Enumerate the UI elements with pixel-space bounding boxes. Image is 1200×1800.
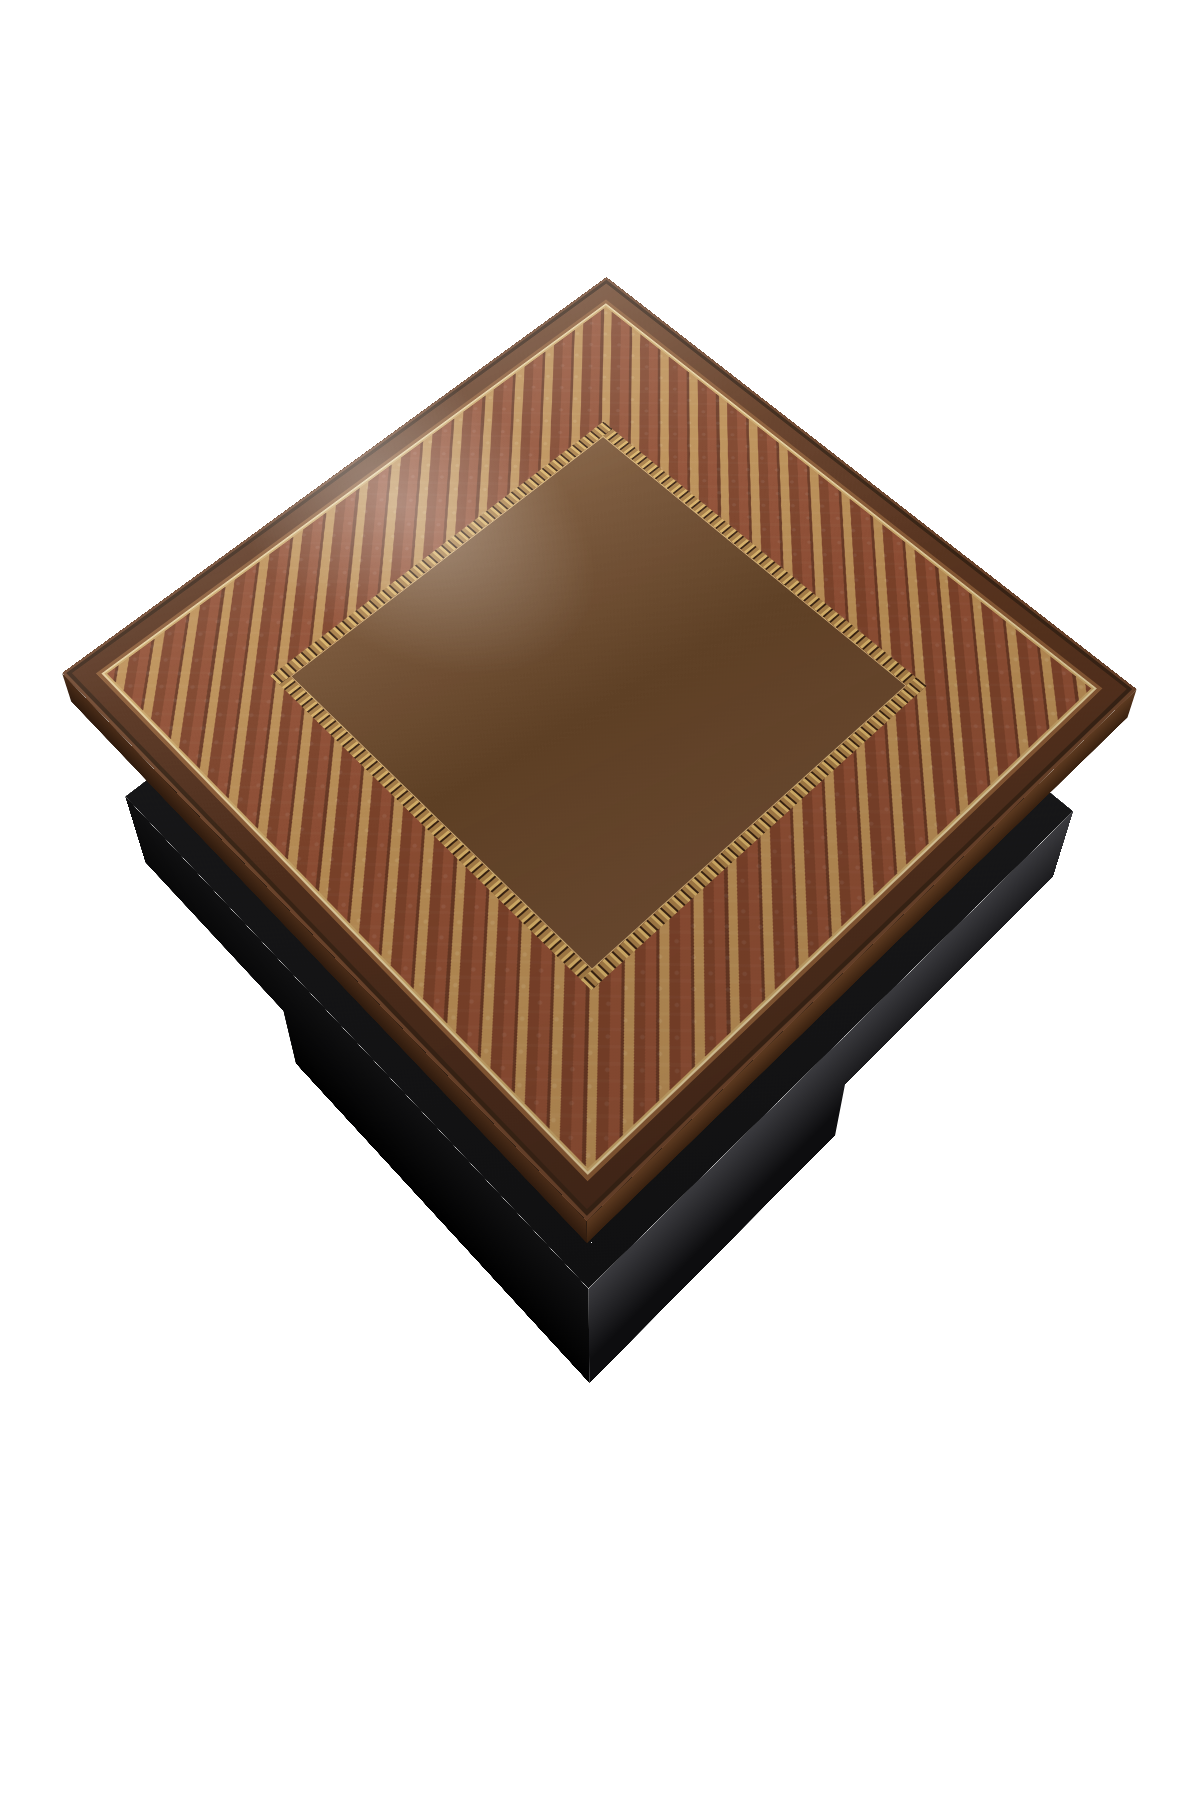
pedestal-shelf-top [125,428,1073,1288]
pedestal-face-front-left [125,797,589,1384]
pedestal-base [87,294,1111,1191]
drawer-knob[interactable] [280,1011,287,1021]
perspective-wrapper [0,0,1200,1800]
board-top [62,277,1137,1221]
product-photo-scene [0,0,1200,1800]
pedestal-face-front-right [588,811,1073,1383]
